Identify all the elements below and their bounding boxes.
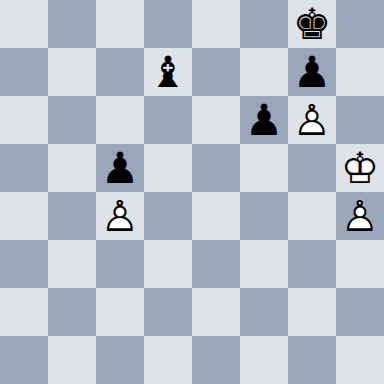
square-g7[interactable]: ♟	[288, 48, 336, 96]
square-f5[interactable]	[240, 144, 288, 192]
square-b3[interactable]	[48, 240, 96, 288]
square-d4[interactable]	[144, 192, 192, 240]
square-f3[interactable]	[240, 240, 288, 288]
square-d8[interactable]	[144, 0, 192, 48]
square-g4[interactable]	[288, 192, 336, 240]
white-pawn-icon[interactable]: ♟♙	[96, 192, 144, 240]
square-e3[interactable]	[192, 240, 240, 288]
square-d3[interactable]	[144, 240, 192, 288]
square-e5[interactable]	[192, 144, 240, 192]
square-g3[interactable]	[288, 240, 336, 288]
black-king-icon[interactable]: ♚	[288, 0, 336, 48]
square-f1[interactable]	[240, 336, 288, 384]
square-d7[interactable]: ♝	[144, 48, 192, 96]
square-g2[interactable]	[288, 288, 336, 336]
chess-board: ♚♝♟♟♟♙♟♚♔♟♙♟♙	[0, 0, 384, 384]
square-e4[interactable]	[192, 192, 240, 240]
square-a1[interactable]	[0, 336, 48, 384]
square-b8[interactable]	[48, 0, 96, 48]
square-b4[interactable]	[48, 192, 96, 240]
square-f8[interactable]	[240, 0, 288, 48]
square-d6[interactable]	[144, 96, 192, 144]
piece-outline-glyph: ♙	[96, 192, 144, 240]
square-h2[interactable]	[336, 288, 384, 336]
square-d5[interactable]	[144, 144, 192, 192]
piece-outline-glyph: ♙	[288, 96, 336, 144]
square-a6[interactable]	[0, 96, 48, 144]
square-a7[interactable]	[0, 48, 48, 96]
square-e1[interactable]	[192, 336, 240, 384]
square-e8[interactable]	[192, 0, 240, 48]
square-a5[interactable]	[0, 144, 48, 192]
square-f6[interactable]: ♟	[240, 96, 288, 144]
square-c6[interactable]	[96, 96, 144, 144]
piece-fill-glyph: ♝	[144, 48, 192, 96]
piece-fill-glyph: ♚	[288, 0, 336, 48]
square-b6[interactable]	[48, 96, 96, 144]
square-f2[interactable]	[240, 288, 288, 336]
black-pawn-icon[interactable]: ♟	[96, 144, 144, 192]
square-c8[interactable]	[96, 0, 144, 48]
square-h3[interactable]	[336, 240, 384, 288]
white-king-icon[interactable]: ♚♔	[336, 144, 384, 192]
square-c5[interactable]: ♟	[96, 144, 144, 192]
square-h7[interactable]	[336, 48, 384, 96]
piece-outline-glyph: ♔	[336, 144, 384, 192]
square-h8[interactable]	[336, 0, 384, 48]
piece-fill-glyph: ♟	[240, 96, 288, 144]
square-a4[interactable]	[0, 192, 48, 240]
black-bishop-icon[interactable]: ♝	[144, 48, 192, 96]
square-b2[interactable]	[48, 288, 96, 336]
square-d2[interactable]	[144, 288, 192, 336]
square-g5[interactable]	[288, 144, 336, 192]
square-a8[interactable]	[0, 0, 48, 48]
square-b1[interactable]	[48, 336, 96, 384]
piece-fill-glyph: ♟	[288, 48, 336, 96]
square-b7[interactable]	[48, 48, 96, 96]
square-e2[interactable]	[192, 288, 240, 336]
square-d1[interactable]	[144, 336, 192, 384]
square-a3[interactable]	[0, 240, 48, 288]
white-pawn-icon[interactable]: ♟♙	[288, 96, 336, 144]
square-f7[interactable]	[240, 48, 288, 96]
square-c1[interactable]	[96, 336, 144, 384]
square-g8[interactable]: ♚	[288, 0, 336, 48]
piece-outline-glyph: ♙	[336, 192, 384, 240]
square-b5[interactable]	[48, 144, 96, 192]
piece-fill-glyph: ♟	[96, 144, 144, 192]
square-c3[interactable]	[96, 240, 144, 288]
square-e7[interactable]	[192, 48, 240, 96]
square-g6[interactable]: ♟♙	[288, 96, 336, 144]
square-c2[interactable]	[96, 288, 144, 336]
square-h6[interactable]	[336, 96, 384, 144]
square-h5[interactable]: ♚♔	[336, 144, 384, 192]
square-c4[interactable]: ♟♙	[96, 192, 144, 240]
square-h1[interactable]	[336, 336, 384, 384]
white-pawn-icon[interactable]: ♟♙	[336, 192, 384, 240]
square-h4[interactable]: ♟♙	[336, 192, 384, 240]
black-pawn-icon[interactable]: ♟	[240, 96, 288, 144]
square-c7[interactable]	[96, 48, 144, 96]
square-f4[interactable]	[240, 192, 288, 240]
square-e6[interactable]	[192, 96, 240, 144]
square-a2[interactable]	[0, 288, 48, 336]
black-pawn-icon[interactable]: ♟	[288, 48, 336, 96]
square-g1[interactable]	[288, 336, 336, 384]
